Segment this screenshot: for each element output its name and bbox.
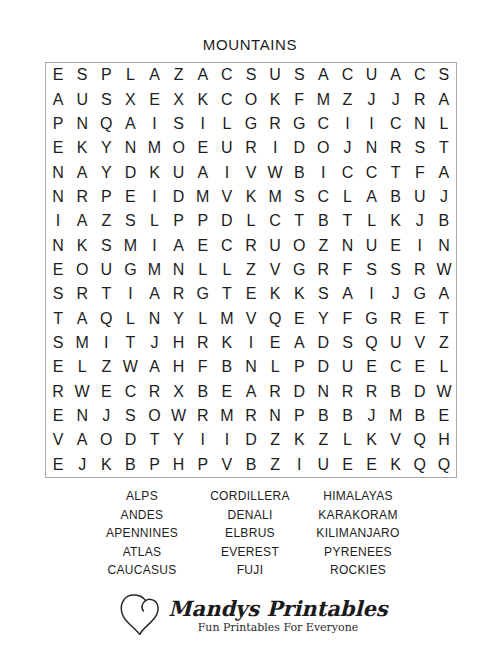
grid-cell-r17c4[interactable]: B	[118, 453, 142, 477]
grid-cell-r7c16[interactable]: J	[408, 209, 432, 233]
grid-cell-r11c16[interactable]: E	[408, 307, 432, 331]
grid-cell-r3c1[interactable]: P	[46, 112, 70, 136]
grid-cell-r14c17[interactable]: W	[432, 380, 456, 404]
grid-cell-r16c7[interactable]: I	[191, 428, 215, 452]
grid-cell-r15c1[interactable]: E	[46, 404, 70, 428]
grid-cell-r9c8[interactable]: L	[215, 258, 239, 282]
heart-icon	[112, 593, 164, 639]
grid-cell-r13c4[interactable]: W	[118, 355, 142, 379]
grid-cell-r9c12[interactable]: R	[311, 258, 335, 282]
grid-cell-r13c14[interactable]: E	[360, 355, 384, 379]
grid-cell-r12c15[interactable]: U	[384, 331, 408, 355]
grid-cell-r5c6[interactable]: U	[167, 160, 191, 184]
grid-cell-r17c16[interactable]: Q	[408, 453, 432, 477]
grid-cell-r1c12[interactable]: A	[311, 63, 335, 87]
grid-cell-r11c15[interactable]: R	[384, 307, 408, 331]
grid-cell-r7c11[interactable]: T	[287, 209, 311, 233]
word-fuji: FUJI	[196, 561, 304, 580]
grid-cell-r7c8[interactable]: D	[215, 209, 239, 233]
grid-cell-r16c9[interactable]: D	[239, 428, 263, 452]
grid-cell-r16c14[interactable]: K	[360, 428, 384, 452]
grid-cell-r4c16[interactable]: S	[408, 136, 432, 160]
grid-cell-r3c2[interactable]: N	[70, 112, 94, 136]
grid-cell-r14c12[interactable]: N	[311, 380, 335, 404]
grid-cell-r8c1[interactable]: N	[46, 233, 70, 257]
grid-cell-r5c13[interactable]: C	[335, 160, 359, 184]
grid-cell-r2c17[interactable]: A	[432, 87, 456, 111]
grid-cell-r9c17[interactable]: W	[432, 258, 456, 282]
grid-cell-r3c14[interactable]: I	[360, 112, 384, 136]
grid-cell-r17c8[interactable]: V	[215, 453, 239, 477]
grid-cell-r11c7[interactable]: L	[191, 307, 215, 331]
grid-cell-r10c2[interactable]: R	[70, 282, 94, 306]
grid-cell-r14c4[interactable]: C	[118, 380, 142, 404]
grid-cell-r8c12[interactable]: Z	[311, 233, 335, 257]
grid-cell-r10c3[interactable]: T	[94, 282, 118, 306]
grid-cell-r11c6[interactable]: Y	[167, 307, 191, 331]
grid-cell-r1c8[interactable]: C	[215, 63, 239, 87]
grid-cell-r8c6[interactable]: A	[167, 233, 191, 257]
grid-cell-r13c11[interactable]: P	[287, 355, 311, 379]
grid-cell-r4c12[interactable]: O	[311, 136, 335, 160]
grid-cell-r16c5[interactable]: T	[142, 428, 166, 452]
grid-cell-r2c2[interactable]: U	[70, 87, 94, 111]
grid-cell-r17c5[interactable]: P	[142, 453, 166, 477]
puzzle-title: MOUNTAINS	[0, 36, 500, 53]
grid-cell-r1c7[interactable]: A	[191, 63, 215, 87]
grid-cell-r5c5[interactable]: K	[142, 160, 166, 184]
grid-cell-r6c11[interactable]: S	[287, 185, 311, 209]
grid-cell-r15c5[interactable]: O	[142, 404, 166, 428]
grid-cell-r15c8[interactable]: M	[215, 404, 239, 428]
grid-cell-r13c12[interactable]: D	[311, 355, 335, 379]
grid-cell-r5c12[interactable]: I	[311, 160, 335, 184]
grid-cell-r14c3[interactable]: E	[94, 380, 118, 404]
grid-cell-r6c4[interactable]: E	[118, 185, 142, 209]
grid-cell-r10c5[interactable]: A	[142, 282, 166, 306]
grid-cell-r2c1[interactable]: A	[46, 87, 70, 111]
grid-cell-r4c7[interactable]: E	[191, 136, 215, 160]
grid-cell-r12c17[interactable]: Z	[432, 331, 456, 355]
grid-cell-r16c8[interactable]: I	[215, 428, 239, 452]
grid-cell-r12c9[interactable]: I	[239, 331, 263, 355]
grid-cell-r11c13[interactable]: F	[335, 307, 359, 331]
grid-cell-r8c4[interactable]: M	[118, 233, 142, 257]
grid-cell-r15c2[interactable]: N	[70, 404, 94, 428]
grid-cell-r5c15[interactable]: T	[384, 160, 408, 184]
grid-cell-r11c11[interactable]: E	[287, 307, 311, 331]
grid-cell-r9c9[interactable]: Z	[239, 258, 263, 282]
grid-cell-r3c16[interactable]: N	[408, 112, 432, 136]
grid-cell-r6c12[interactable]: C	[311, 185, 335, 209]
grid-cell-r10c8[interactable]: T	[215, 282, 239, 306]
grid-cell-r1c3[interactable]: P	[94, 63, 118, 87]
grid-cell-r1c13[interactable]: C	[335, 63, 359, 87]
grid-cell-r11c10[interactable]: Q	[263, 307, 287, 331]
grid-cell-r3c10[interactable]: R	[263, 112, 287, 136]
grid-cell-r4c3[interactable]: Y	[94, 136, 118, 160]
grid-cell-r7c7[interactable]: P	[191, 209, 215, 233]
grid-cell-r6c14[interactable]: A	[360, 185, 384, 209]
grid-cell-r3c4[interactable]: A	[118, 112, 142, 136]
grid-cell-r2c12[interactable]: M	[311, 87, 335, 111]
grid-cell-r6c13[interactable]: L	[335, 185, 359, 209]
grid-cell-r10c12[interactable]: S	[311, 282, 335, 306]
grid-cell-r12c5[interactable]: J	[142, 331, 166, 355]
grid-cell-r6c7[interactable]: M	[191, 185, 215, 209]
grid-cell-r6c17[interactable]: J	[432, 185, 456, 209]
grid-cell-r6c5[interactable]: I	[142, 185, 166, 209]
grid-cell-r5c11[interactable]: B	[287, 160, 311, 184]
grid-cell-r7c1[interactable]: I	[46, 209, 70, 233]
grid-cell-r7c14[interactable]: L	[360, 209, 384, 233]
grid-cell-r6c10[interactable]: M	[263, 185, 287, 209]
grid-cell-r2c11[interactable]: F	[287, 87, 311, 111]
grid-cell-r9c14[interactable]: S	[360, 258, 384, 282]
grid-cell-r6c2[interactable]: R	[70, 185, 94, 209]
grid-cell-r14c14[interactable]: R	[360, 380, 384, 404]
grid-cell-r2c8[interactable]: C	[215, 87, 239, 111]
grid-cell-r12c10[interactable]: E	[263, 331, 287, 355]
grid-cell-r2c4[interactable]: X	[118, 87, 142, 111]
grid-cell-r13c6[interactable]: H	[167, 355, 191, 379]
grid-cell-r8c17[interactable]: N	[432, 233, 456, 257]
grid-cell-r5c10[interactable]: W	[263, 160, 287, 184]
grid-cell-r8c16[interactable]: I	[408, 233, 432, 257]
grid-cell-r10c13[interactable]: A	[335, 282, 359, 306]
grid-cell-r6c6[interactable]: D	[167, 185, 191, 209]
grid-cell-r1c11[interactable]: S	[287, 63, 311, 87]
grid-cell-r15c12[interactable]: B	[311, 404, 335, 428]
grid-cell-r13c15[interactable]: C	[384, 355, 408, 379]
grid-cell-r4c14[interactable]: N	[360, 136, 384, 160]
grid-cell-r15c14[interactable]: J	[360, 404, 384, 428]
grid-cell-r11c17[interactable]: T	[432, 307, 456, 331]
grid-cell-r1c15[interactable]: A	[384, 63, 408, 87]
grid-cell-r15c11[interactable]: P	[287, 404, 311, 428]
grid-cell-r17c7[interactable]: P	[191, 453, 215, 477]
grid-cell-r4c10[interactable]: I	[263, 136, 287, 160]
grid-cell-r9c1[interactable]: E	[46, 258, 70, 282]
grid-cell-r9c10[interactable]: V	[263, 258, 287, 282]
grid-cell-r2c16[interactable]: R	[408, 87, 432, 111]
grid-cell-r11c8[interactable]: M	[215, 307, 239, 331]
grid-cell-r2c15[interactable]: J	[384, 87, 408, 111]
grid-cell-r1c17[interactable]: S	[432, 63, 456, 87]
grid-cell-r15c10[interactable]: N	[263, 404, 287, 428]
grid-cell-r8c10[interactable]: U	[263, 233, 287, 257]
grid-cell-r11c14[interactable]: G	[360, 307, 384, 331]
grid-cell-r4c8[interactable]: U	[215, 136, 239, 160]
grid-cell-r8c7[interactable]: E	[191, 233, 215, 257]
grid-cell-r16c16[interactable]: Q	[408, 428, 432, 452]
grid-cell-r2c9[interactable]: O	[239, 87, 263, 111]
grid-cell-r13c7[interactable]: F	[191, 355, 215, 379]
grid-cell-r16c17[interactable]: H	[432, 428, 456, 452]
grid-cell-r8c8[interactable]: C	[215, 233, 239, 257]
word-karakoram: KARAKORAM	[304, 506, 412, 525]
word-alps: ALPS	[88, 487, 196, 506]
grid-cell-r5c8[interactable]: I	[215, 160, 239, 184]
grid-cell-r7c6[interactable]: P	[167, 209, 191, 233]
grid-cell-r11c9[interactable]: V	[239, 307, 263, 331]
grid-cell-r8c2[interactable]: K	[70, 233, 94, 257]
grid-cell-r14c13[interactable]: R	[335, 380, 359, 404]
grid-cell-r4c4[interactable]: N	[118, 136, 142, 160]
grid-cell-r5c2[interactable]: A	[70, 160, 94, 184]
grid-cell-r3c7[interactable]: I	[191, 112, 215, 136]
grid-cell-r14c1[interactable]: R	[46, 380, 70, 404]
grid-cell-r10c16[interactable]: G	[408, 282, 432, 306]
grid-cell-r10c1[interactable]: S	[46, 282, 70, 306]
grid-cell-r13c10[interactable]: L	[263, 355, 287, 379]
grid-cell-r10c10[interactable]: K	[263, 282, 287, 306]
grid-cell-r17c6[interactable]: H	[167, 453, 191, 477]
grid-cell-r4c9[interactable]: R	[239, 136, 263, 160]
grid-cell-r1c6[interactable]: Z	[167, 63, 191, 87]
grid-cell-r1c1[interactable]: E	[46, 63, 70, 87]
grid-cell-r12c3[interactable]: I	[94, 331, 118, 355]
grid-cell-r3c12[interactable]: C	[311, 112, 335, 136]
grid-cell-r2c14[interactable]: J	[360, 87, 384, 111]
grid-cell-r4c15[interactable]: R	[384, 136, 408, 160]
grid-cell-r17c14[interactable]: E	[360, 453, 384, 477]
grid-cell-r17c10[interactable]: Z	[263, 453, 287, 477]
grid-cell-r14c11[interactable]: D	[287, 380, 311, 404]
word-kilimanjaro: KILIMANJARO	[304, 524, 412, 543]
grid-cell-r4c17[interactable]: T	[432, 136, 456, 160]
grid-cell-r5c16[interactable]: F	[408, 160, 432, 184]
grid-cell-r17c3[interactable]: K	[94, 453, 118, 477]
grid-cell-r2c6[interactable]: X	[167, 87, 191, 111]
grid-cell-r8c15[interactable]: E	[384, 233, 408, 257]
grid-cell-r1c14[interactable]: U	[360, 63, 384, 87]
word-list-column-3: HIMALAYASKARAKORAMKILIMANJAROPYRENEESROC…	[304, 487, 412, 580]
grid-cell-r11c12[interactable]: Y	[311, 307, 335, 331]
grid-cell-r12c7[interactable]: R	[191, 331, 215, 355]
grid-cell-r16c6[interactable]: Y	[167, 428, 191, 452]
grid-cell-r4c6[interactable]: O	[167, 136, 191, 160]
grid-cell-r11c4[interactable]: L	[118, 307, 142, 331]
grid-cell-r9c11[interactable]: G	[287, 258, 311, 282]
grid-cell-r7c4[interactable]: S	[118, 209, 142, 233]
grid-cell-r13c5[interactable]: A	[142, 355, 166, 379]
grid-cell-r15c4[interactable]: S	[118, 404, 142, 428]
grid-cell-r4c11[interactable]: D	[287, 136, 311, 160]
grid-cell-r17c1[interactable]: E	[46, 453, 70, 477]
grid-cell-r5c4[interactable]: D	[118, 160, 142, 184]
grid-cell-r9c5[interactable]: M	[142, 258, 166, 282]
grid-cell-r6c8[interactable]: V	[215, 185, 239, 209]
grid-cell-r15c7[interactable]: R	[191, 404, 215, 428]
grid-cell-r5c7[interactable]: A	[191, 160, 215, 184]
grid-cell-r10c11[interactable]: K	[287, 282, 311, 306]
grid-cell-r4c1[interactable]: E	[46, 136, 70, 160]
grid-cell-r3c8[interactable]: L	[215, 112, 239, 136]
grid-cell-r13c13[interactable]: U	[335, 355, 359, 379]
grid-cell-r12c4[interactable]: T	[118, 331, 142, 355]
grid-cell-r7c2[interactable]: A	[70, 209, 94, 233]
grid-cell-r14c15[interactable]: B	[384, 380, 408, 404]
grid-cell-r9c16[interactable]: R	[408, 258, 432, 282]
grid-cell-r6c15[interactable]: B	[384, 185, 408, 209]
word-list-column-1: ALPSANDESAPENNINESATLASCAUCASUS	[88, 487, 196, 580]
grid-cell-r10c15[interactable]: J	[384, 282, 408, 306]
grid-cell-r10c7[interactable]: G	[191, 282, 215, 306]
grid-cell-r8c14[interactable]: U	[360, 233, 384, 257]
grid-cell-r14c5[interactable]: R	[142, 380, 166, 404]
grid-cell-r4c13[interactable]: J	[335, 136, 359, 160]
grid-cell-r13c17[interactable]: L	[432, 355, 456, 379]
brand-footer: Mandys Printables Fun Printables For Eve…	[0, 593, 500, 639]
word-list: ALPSANDESAPENNINESATLASCAUCASUS CORDILLE…	[0, 487, 500, 580]
grid-cell-r16c3[interactable]: O	[94, 428, 118, 452]
grid-cell-r11c2[interactable]: A	[70, 307, 94, 331]
grid-cell-r16c2[interactable]: A	[70, 428, 94, 452]
grid-cell-r15c3[interactable]: J	[94, 404, 118, 428]
grid-cell-r14c10[interactable]: R	[263, 380, 287, 404]
grid-cell-r9c2[interactable]: O	[70, 258, 94, 282]
grid-cell-r9c3[interactable]: U	[94, 258, 118, 282]
grid-cell-r12c8[interactable]: K	[215, 331, 239, 355]
grid-cell-r15c15[interactable]: M	[384, 404, 408, 428]
grid-cell-r8c11[interactable]: O	[287, 233, 311, 257]
grid-cell-r14c2[interactable]: W	[70, 380, 94, 404]
grid-cell-r7c12[interactable]: B	[311, 209, 335, 233]
grid-cell-r2c10[interactable]: K	[263, 87, 287, 111]
grid-cell-r6c9[interactable]: K	[239, 185, 263, 209]
grid-cell-r12c16[interactable]: V	[408, 331, 432, 355]
grid-cell-r16c4[interactable]: D	[118, 428, 142, 452]
grid-cell-r3c9[interactable]: G	[239, 112, 263, 136]
grid-cell-r12c11[interactable]: A	[287, 331, 311, 355]
grid-cell-r8c3[interactable]: S	[94, 233, 118, 257]
grid-cell-r5c9[interactable]: V	[239, 160, 263, 184]
grid-cell-r8c9[interactable]: R	[239, 233, 263, 257]
grid-cell-r17c11[interactable]: I	[287, 453, 311, 477]
grid-cell-r13c16[interactable]: E	[408, 355, 432, 379]
grid-cell-r6c1[interactable]: N	[46, 185, 70, 209]
grid-cell-r17c13[interactable]: E	[335, 453, 359, 477]
grid-cell-r2c3[interactable]: S	[94, 87, 118, 111]
grid-cell-r9c7[interactable]: L	[191, 258, 215, 282]
grid-cell-r12c14[interactable]: Q	[360, 331, 384, 355]
grid-cell-r3c15[interactable]: C	[384, 112, 408, 136]
grid-cell-r2c7[interactable]: K	[191, 87, 215, 111]
grid-cell-r1c5[interactable]: A	[142, 63, 166, 87]
grid-cell-r1c4[interactable]: L	[118, 63, 142, 87]
grid-cell-r14c7[interactable]: B	[191, 380, 215, 404]
grid-cell-r9c6[interactable]: N	[167, 258, 191, 282]
grid-cell-r11c5[interactable]: N	[142, 307, 166, 331]
grid-cell-r14c8[interactable]: E	[215, 380, 239, 404]
grid-cell-r12c12[interactable]: D	[311, 331, 335, 355]
grid-cell-r9c13[interactable]: F	[335, 258, 359, 282]
grid-cell-r3c6[interactable]: S	[167, 112, 191, 136]
grid-cell-r5c14[interactable]: C	[360, 160, 384, 184]
grid-cell-r17c9[interactable]: B	[239, 453, 263, 477]
grid-cell-r11c1[interactable]: T	[46, 307, 70, 331]
grid-cell-r15c13[interactable]: B	[335, 404, 359, 428]
grid-cell-r16c1[interactable]: V	[46, 428, 70, 452]
grid-cell-r14c6[interactable]: X	[167, 380, 191, 404]
grid-cell-r14c16[interactable]: D	[408, 380, 432, 404]
grid-cell-r7c17[interactable]: B	[432, 209, 456, 233]
grid-cell-r13c2[interactable]: L	[70, 355, 94, 379]
grid-cell-r11c3[interactable]: Q	[94, 307, 118, 331]
grid-cell-r13c9[interactable]: N	[239, 355, 263, 379]
grid-cell-r8c5[interactable]: I	[142, 233, 166, 257]
grid-cell-r5c1[interactable]: N	[46, 160, 70, 184]
grid-cell-r7c5[interactable]: L	[142, 209, 166, 233]
grid-cell-r5c17[interactable]: A	[432, 160, 456, 184]
grid-cell-r17c17[interactable]: Q	[432, 453, 456, 477]
grid-cell-r8c13[interactable]: N	[335, 233, 359, 257]
grid-cell-r3c17[interactable]: L	[432, 112, 456, 136]
grid-cell-r10c6[interactable]: R	[167, 282, 191, 306]
grid-cell-r6c16[interactable]: U	[408, 185, 432, 209]
grid-cell-r3c5[interactable]: I	[142, 112, 166, 136]
grid-cell-r15c16[interactable]: B	[408, 404, 432, 428]
grid-cell-r9c15[interactable]: S	[384, 258, 408, 282]
grid-cell-r7c9[interactable]: L	[239, 209, 263, 233]
grid-cell-r16c13[interactable]: L	[335, 428, 359, 452]
grid-cell-r10c17[interactable]: A	[432, 282, 456, 306]
grid-cell-r2c13[interactable]: Z	[335, 87, 359, 111]
grid-cell-r13c8[interactable]: B	[215, 355, 239, 379]
grid-cell-r1c2[interactable]: S	[70, 63, 94, 87]
grid-cell-r10c9[interactable]: E	[239, 282, 263, 306]
grid-cell-r1c16[interactable]: C	[408, 63, 432, 87]
grid-cell-r1c9[interactable]: S	[239, 63, 263, 87]
grid-cell-r4c5[interactable]: M	[142, 136, 166, 160]
grid-cell-r16c12[interactable]: Z	[311, 428, 335, 452]
grid-cell-r7c3[interactable]: Z	[94, 209, 118, 233]
grid-cell-r17c15[interactable]: K	[384, 453, 408, 477]
grid-cell-r1c10[interactable]: U	[263, 63, 287, 87]
grid-cell-r3c11[interactable]: G	[287, 112, 311, 136]
grid-cell-r4c2[interactable]: K	[70, 136, 94, 160]
grid-cell-r7c13[interactable]: T	[335, 209, 359, 233]
grid-cell-r10c4[interactable]: I	[118, 282, 142, 306]
grid-cell-r5c3[interactable]: Y	[94, 160, 118, 184]
grid-cell-r12c6[interactable]: H	[167, 331, 191, 355]
grid-cell-r13c3[interactable]: Z	[94, 355, 118, 379]
grid-cell-r3c13[interactable]: I	[335, 112, 359, 136]
grid-cell-r12c13[interactable]: S	[335, 331, 359, 355]
grid-cell-r16c15[interactable]: V	[384, 428, 408, 452]
grid-cell-r12c1[interactable]: S	[46, 331, 70, 355]
grid-cell-r7c10[interactable]: C	[263, 209, 287, 233]
grid-cell-r3c3[interactable]: Q	[94, 112, 118, 136]
grid-cell-r9c4[interactable]: G	[118, 258, 142, 282]
word-denali: DENALI	[196, 506, 304, 525]
grid-cell-r16c10[interactable]: Z	[263, 428, 287, 452]
grid-cell-r14c9[interactable]: A	[239, 380, 263, 404]
grid-cell-r17c2[interactable]: J	[70, 453, 94, 477]
grid-cell-r15c9[interactable]: R	[239, 404, 263, 428]
grid-cell-r2c5[interactable]: E	[142, 87, 166, 111]
grid-cell-r16c11[interactable]: K	[287, 428, 311, 452]
grid-cell-r10c14[interactable]: I	[360, 282, 384, 306]
grid-cell-r15c6[interactable]: W	[167, 404, 191, 428]
grid-cell-r12c2[interactable]: M	[70, 331, 94, 355]
grid-cell-r7c15[interactable]: K	[384, 209, 408, 233]
grid-cell-r15c17[interactable]: E	[432, 404, 456, 428]
grid-cell-r6c3[interactable]: P	[94, 185, 118, 209]
grid-cell-r17c12[interactable]: U	[311, 453, 335, 477]
grid-cell-r13c1[interactable]: E	[46, 355, 70, 379]
